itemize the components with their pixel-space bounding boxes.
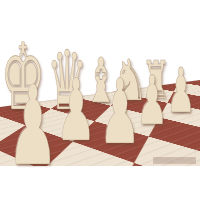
white-pawn[interactable]: ♟ [99, 67, 141, 157]
white-pawn[interactable]: ♟ [167, 60, 196, 122]
white-pawn[interactable]: ♟ [7, 71, 58, 181]
watermark: ШАХМАТЫ.BY [153, 157, 196, 164]
white-pawn[interactable]: ♟ [56, 67, 96, 153]
chess-set-photo: ♚ ♛ ♝ ♞ ♜ ♟ ♟ ♟ ♟ ♟ ШАХМАТЫ.BY [0, 0, 200, 200]
